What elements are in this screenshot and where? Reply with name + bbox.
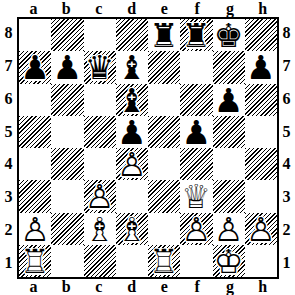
square-b8[interactable] bbox=[51, 19, 83, 51]
square-g5[interactable] bbox=[213, 116, 245, 148]
file-label-bottom-h: h bbox=[246, 278, 279, 295]
square-d4[interactable]: ♟♙ bbox=[116, 148, 148, 180]
file-label-top-a: a bbox=[17, 0, 50, 17]
square-d8[interactable] bbox=[116, 19, 148, 51]
file-label-bottom-b: b bbox=[50, 278, 83, 295]
rank-label-left-6: 6 bbox=[0, 83, 17, 116]
file-label-bottom-a: a bbox=[17, 278, 50, 295]
piece-glyph-fill: ♟ bbox=[246, 51, 276, 83]
file-label-top-f: f bbox=[181, 0, 214, 17]
square-f8[interactable]: ♜ bbox=[180, 19, 212, 51]
square-d1[interactable] bbox=[116, 245, 148, 277]
piece-black-queen[interactable]: ♛ bbox=[84, 51, 116, 83]
file-label-bottom-c: c bbox=[83, 278, 116, 295]
rank-label-left-3: 3 bbox=[0, 181, 17, 214]
square-c1[interactable] bbox=[84, 245, 116, 277]
file-labels-top: abcdefgh bbox=[17, 0, 279, 17]
piece-glyph-outline: ♙ bbox=[182, 213, 212, 245]
square-e3[interactable] bbox=[148, 180, 180, 212]
square-h2[interactable]: ♟♙ bbox=[245, 213, 277, 245]
piece-glyph-fill: ♝ bbox=[117, 84, 147, 116]
square-h1[interactable] bbox=[245, 245, 277, 277]
piece-white-rook[interactable]: ♜♖ bbox=[148, 245, 180, 277]
square-g1[interactable]: ♚♔ bbox=[213, 245, 245, 277]
piece-black-pawn[interactable]: ♟ bbox=[213, 84, 245, 116]
square-c3[interactable]: ♟♙ bbox=[84, 180, 116, 212]
square-h7[interactable]: ♟ bbox=[245, 51, 277, 83]
piece-white-pawn[interactable]: ♟♙ bbox=[84, 180, 116, 212]
square-f5[interactable]: ♟ bbox=[180, 116, 212, 148]
file-label-top-d: d bbox=[115, 0, 148, 17]
piece-white-rook[interactable]: ♜♖ bbox=[19, 245, 51, 277]
rank-label-right-6: 6 bbox=[278, 83, 295, 116]
square-b1[interactable] bbox=[51, 245, 83, 277]
chess-diagram: abcdefgh 87654321 ♜♜♚♟♟♛♝♟♝♟♟♟♟♙♟♙♛♕♟♙♝♗… bbox=[0, 0, 295, 295]
file-label-top-h: h bbox=[246, 0, 279, 17]
square-f3[interactable]: ♛♕ bbox=[180, 180, 212, 212]
rank-labels-left: 87654321 bbox=[0, 17, 17, 279]
chess-board: ♜♜♚♟♟♛♝♟♝♟♟♟♟♙♟♙♛♕♟♙♝♗♝♗♟♙♟♙♟♙♜♖♜♖♚♔ bbox=[17, 17, 279, 279]
file-label-bottom-f: f bbox=[181, 278, 214, 295]
square-g8[interactable]: ♚ bbox=[213, 19, 245, 51]
square-b4[interactable] bbox=[51, 148, 83, 180]
square-f7[interactable] bbox=[180, 51, 212, 83]
square-c4[interactable] bbox=[84, 148, 116, 180]
rank-label-right-1: 1 bbox=[278, 246, 295, 279]
square-h6[interactable] bbox=[245, 84, 277, 116]
square-g2[interactable]: ♟♙ bbox=[213, 213, 245, 245]
piece-glyph-outline: ♙ bbox=[246, 213, 276, 245]
square-f2[interactable]: ♟♙ bbox=[180, 213, 212, 245]
file-label-top-g: g bbox=[214, 0, 247, 17]
piece-black-pawn[interactable]: ♟ bbox=[116, 116, 148, 148]
file-label-top-e: e bbox=[148, 0, 181, 17]
square-a4[interactable] bbox=[19, 148, 51, 180]
file-labels-bottom: abcdefgh bbox=[17, 278, 279, 295]
rank-label-right-7: 7 bbox=[278, 50, 295, 83]
square-b6[interactable] bbox=[51, 84, 83, 116]
square-e7[interactable] bbox=[148, 51, 180, 83]
square-e6[interactable] bbox=[148, 84, 180, 116]
square-a1[interactable]: ♜♖ bbox=[19, 245, 51, 277]
square-a2[interactable]: ♟♙ bbox=[19, 213, 51, 245]
square-h5[interactable] bbox=[245, 116, 277, 148]
file-label-top-c: c bbox=[83, 0, 116, 17]
square-g4[interactable] bbox=[213, 148, 245, 180]
square-a7[interactable]: ♟ bbox=[19, 51, 51, 83]
piece-black-pawn[interactable]: ♟ bbox=[51, 51, 83, 83]
piece-glyph-fill: ♚ bbox=[214, 19, 244, 51]
square-d5[interactable]: ♟ bbox=[116, 116, 148, 148]
rank-label-right-4: 4 bbox=[278, 148, 295, 181]
rank-labels-right: 87654321 bbox=[278, 17, 295, 279]
piece-black-rook[interactable]: ♜ bbox=[148, 19, 180, 51]
piece-glyph-fill: ♟ bbox=[117, 116, 147, 148]
square-c6[interactable] bbox=[84, 84, 116, 116]
piece-black-bishop[interactable]: ♝ bbox=[116, 51, 148, 83]
piece-glyph-outline: ♙ bbox=[20, 213, 50, 245]
piece-black-pawn[interactable]: ♟ bbox=[19, 51, 51, 83]
piece-glyph-outline: ♖ bbox=[20, 245, 50, 277]
square-g6[interactable]: ♟ bbox=[213, 84, 245, 116]
square-h8[interactable] bbox=[245, 19, 277, 51]
square-c8[interactable] bbox=[84, 19, 116, 51]
square-a5[interactable] bbox=[19, 116, 51, 148]
square-e8[interactable]: ♜ bbox=[148, 19, 180, 51]
square-e1[interactable]: ♜♖ bbox=[148, 245, 180, 277]
piece-white-bishop[interactable]: ♝♗ bbox=[116, 213, 148, 245]
piece-black-bishop[interactable]: ♝ bbox=[116, 84, 148, 116]
rank-label-left-4: 4 bbox=[0, 148, 17, 181]
square-e5[interactable] bbox=[148, 116, 180, 148]
file-label-bottom-d: d bbox=[115, 278, 148, 295]
square-h4[interactable] bbox=[245, 148, 277, 180]
piece-glyph-fill: ♟ bbox=[20, 51, 50, 83]
square-c2[interactable]: ♝♗ bbox=[84, 213, 116, 245]
piece-white-pawn[interactable]: ♟♙ bbox=[180, 213, 212, 245]
piece-white-pawn[interactable]: ♟♙ bbox=[213, 213, 245, 245]
piece-white-king[interactable]: ♚♔ bbox=[213, 245, 245, 277]
square-b3[interactable] bbox=[51, 180, 83, 212]
square-d6[interactable]: ♝ bbox=[116, 84, 148, 116]
square-d2[interactable]: ♝♗ bbox=[116, 213, 148, 245]
square-a8[interactable] bbox=[19, 19, 51, 51]
piece-white-pawn[interactable]: ♟♙ bbox=[19, 213, 51, 245]
square-a6[interactable] bbox=[19, 84, 51, 116]
piece-glyph-fill: ♜ bbox=[182, 19, 212, 51]
square-b2[interactable] bbox=[51, 213, 83, 245]
piece-glyph-outline: ♕ bbox=[182, 180, 212, 212]
piece-glyph-fill: ♟ bbox=[53, 51, 83, 83]
rank-label-left-1: 1 bbox=[0, 246, 17, 279]
piece-white-pawn[interactable]: ♟♙ bbox=[245, 213, 277, 245]
piece-glyph-fill: ♜ bbox=[149, 19, 179, 51]
rank-label-left-7: 7 bbox=[0, 50, 17, 83]
piece-glyph-outline: ♗ bbox=[85, 213, 115, 245]
rank-label-right-5: 5 bbox=[278, 115, 295, 148]
piece-glyph-outline: ♔ bbox=[214, 245, 244, 277]
square-f1[interactable] bbox=[180, 245, 212, 277]
piece-glyph-outline: ♖ bbox=[149, 245, 179, 277]
square-d7[interactable]: ♝ bbox=[116, 51, 148, 83]
square-b5[interactable] bbox=[51, 116, 83, 148]
square-g3[interactable] bbox=[213, 180, 245, 212]
piece-glyph-fill: ♝ bbox=[117, 51, 147, 83]
piece-glyph-fill: ♛ bbox=[85, 51, 115, 83]
piece-glyph-fill: ♟ bbox=[214, 84, 244, 116]
piece-glyph-outline: ♙ bbox=[85, 180, 115, 212]
square-f4[interactable] bbox=[180, 148, 212, 180]
piece-glyph-outline: ♙ bbox=[117, 148, 147, 180]
file-label-bottom-g: g bbox=[214, 278, 247, 295]
piece-white-queen[interactable]: ♛♕ bbox=[180, 180, 212, 212]
rank-label-right-2: 2 bbox=[278, 214, 295, 247]
rank-label-right-8: 8 bbox=[278, 17, 295, 50]
piece-glyph-outline: ♙ bbox=[214, 213, 244, 245]
piece-black-king[interactable]: ♚ bbox=[213, 19, 245, 51]
rank-label-right-3: 3 bbox=[278, 181, 295, 214]
piece-black-rook[interactable]: ♜ bbox=[180, 19, 212, 51]
rank-label-left-2: 2 bbox=[0, 214, 17, 247]
square-g7[interactable] bbox=[213, 51, 245, 83]
square-c5[interactable] bbox=[84, 116, 116, 148]
square-e2[interactable] bbox=[148, 213, 180, 245]
square-a3[interactable] bbox=[19, 180, 51, 212]
square-d3[interactable] bbox=[116, 180, 148, 212]
piece-white-pawn[interactable]: ♟♙ bbox=[116, 148, 148, 180]
square-h3[interactable] bbox=[245, 180, 277, 212]
piece-white-bishop[interactable]: ♝♗ bbox=[84, 213, 116, 245]
piece-black-pawn[interactable]: ♟ bbox=[245, 51, 277, 83]
piece-glyph-outline: ♗ bbox=[117, 213, 147, 245]
rank-label-left-5: 5 bbox=[0, 115, 17, 148]
square-f6[interactable] bbox=[180, 84, 212, 116]
file-label-bottom-e: e bbox=[148, 278, 181, 295]
square-c7[interactable]: ♛ bbox=[84, 51, 116, 83]
file-label-top-b: b bbox=[50, 0, 83, 17]
rank-label-left-8: 8 bbox=[0, 17, 17, 50]
piece-black-pawn[interactable]: ♟ bbox=[180, 116, 212, 148]
square-b7[interactable]: ♟ bbox=[51, 51, 83, 83]
piece-glyph-fill: ♟ bbox=[182, 116, 212, 148]
square-e4[interactable] bbox=[148, 148, 180, 180]
